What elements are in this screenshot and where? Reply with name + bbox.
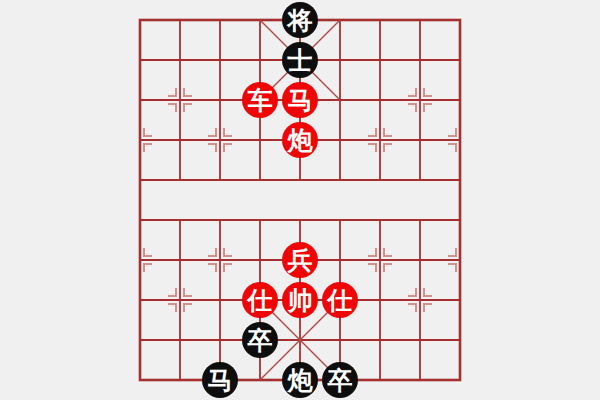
piece-red-advisor-right[interactable]: 仕 [322,282,358,318]
piece-black-horse[interactable]: 马 [202,362,238,398]
piece-black-soldier-2[interactable]: 卒 [322,362,358,398]
piece-black-cannon[interactable]: 炮 [282,362,318,398]
piece-red-advisor-left[interactable]: 仕 [242,282,278,318]
piece-red-cannon[interactable]: 炮 [282,122,318,158]
piece-black-advisor[interactable]: 士 [282,42,318,78]
piece-red-general[interactable]: 帅 [282,282,318,318]
piece-red-chariot[interactable]: 车 [242,82,278,118]
xiangqi-app-screen: 将士车马炮兵仕帅仕卒马炮卒 [0,0,600,400]
piece-black-general[interactable]: 将 [282,2,318,38]
piece-red-horse[interactable]: 马 [282,82,318,118]
piece-red-soldier[interactable]: 兵 [282,242,318,278]
piece-black-soldier-1[interactable]: 卒 [242,322,278,358]
xiangqi-board[interactable]: 将士车马炮兵仕帅仕卒马炮卒 [120,0,480,400]
